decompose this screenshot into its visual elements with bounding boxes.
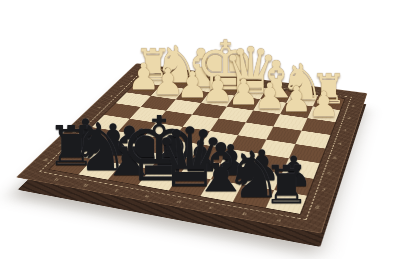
piece-black-rook-a8[interactable]: ♜ [263,159,310,212]
rank-label-3-right: 3 [338,123,353,137]
rank-label-5-right: 5 [327,150,343,166]
rank-label-7-right: 7 [315,180,332,199]
rank-label-4-right: 4 [332,136,347,151]
file-label-a-near: a [261,215,297,225]
piece-white-pawn-a2[interactable]: ♟ [308,86,339,121]
rank-label-6-right: 6 [321,164,338,182]
rank-label-8-right: 8 [308,197,326,217]
scene: hgfedcba hgfedcba 12345678 12345678 ♜♞♝♚… [0,0,420,259]
square-a4[interactable] [295,131,330,149]
